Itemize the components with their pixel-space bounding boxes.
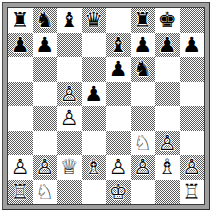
white-pawn-h2: ♙ xyxy=(180,155,205,180)
black-pawn-f7: ♟ xyxy=(131,33,156,58)
square-a2[interactable]: ♙ xyxy=(8,155,33,180)
square-c3[interactable] xyxy=(57,131,82,156)
black-king-g8: ♚ xyxy=(155,8,180,33)
white-knight-b1: ♘ xyxy=(33,180,58,205)
square-d8[interactable]: ♛ xyxy=(82,8,107,33)
square-f6[interactable]: ♞ xyxy=(131,57,156,82)
black-pawn-e6: ♟ xyxy=(106,57,131,82)
square-b1[interactable]: ♘ xyxy=(33,180,58,205)
square-g4[interactable] xyxy=(155,106,180,131)
black-bishop-c8: ♝ xyxy=(57,8,82,33)
square-h1[interactable]: ♖ xyxy=(180,180,205,205)
square-f4[interactable] xyxy=(131,106,156,131)
square-b5[interactable] xyxy=(33,82,58,107)
square-g7[interactable]: ♟ xyxy=(155,33,180,58)
white-pawn-f2: ♙ xyxy=(131,155,156,180)
black-knight-f6: ♞ xyxy=(131,57,156,82)
square-e6[interactable]: ♟ xyxy=(106,57,131,82)
white-king-e1: ♔ xyxy=(106,180,131,205)
white-pawn-g3: ♙ xyxy=(155,131,180,156)
square-c1[interactable] xyxy=(57,180,82,205)
square-b8[interactable]: ♞ xyxy=(33,8,58,33)
square-a6[interactable] xyxy=(8,57,33,82)
square-c5[interactable]: ♙ xyxy=(57,82,82,107)
square-d6[interactable] xyxy=(82,57,107,82)
square-g6[interactable] xyxy=(155,57,180,82)
white-pawn-c4: ♙ xyxy=(57,106,82,131)
square-f1[interactable] xyxy=(131,180,156,205)
square-g8[interactable]: ♚ xyxy=(155,8,180,33)
square-d5[interactable]: ♟ xyxy=(82,82,107,107)
square-g1[interactable] xyxy=(155,180,180,205)
square-d2[interactable]: ♗ xyxy=(82,155,107,180)
black-bishop-e7: ♝ xyxy=(106,33,131,58)
square-e4[interactable] xyxy=(106,106,131,131)
square-h6[interactable] xyxy=(180,57,205,82)
square-c7[interactable] xyxy=(57,33,82,58)
square-g5[interactable] xyxy=(155,82,180,107)
square-d3[interactable] xyxy=(82,131,107,156)
white-bishop-g2: ♗ xyxy=(155,155,180,180)
square-b3[interactable] xyxy=(33,131,58,156)
square-c6[interactable] xyxy=(57,57,82,82)
square-a7[interactable]: ♟ xyxy=(8,33,33,58)
black-pawn-h7: ♟ xyxy=(180,33,205,58)
white-queen-c2: ♕ xyxy=(57,155,82,180)
white-pawn-a2: ♙ xyxy=(8,155,33,180)
chess-diagram: ♜♞♝♛♜♚♟♟♝♟♟♟♟♞♙♟♙♘♙♙♙♕♗♙♙♗♙♖♘♔♖ xyxy=(0,0,212,212)
black-pawn-g7: ♟ xyxy=(155,33,180,58)
square-d1[interactable] xyxy=(82,180,107,205)
black-knight-b8: ♞ xyxy=(33,8,58,33)
black-rook-a8: ♜ xyxy=(8,8,33,33)
square-d4[interactable] xyxy=(82,106,107,131)
white-pawn-b2: ♙ xyxy=(33,155,58,180)
square-f2[interactable]: ♙ xyxy=(131,155,156,180)
square-a4[interactable] xyxy=(8,106,33,131)
square-f8[interactable]: ♜ xyxy=(131,8,156,33)
black-rook-f8: ♜ xyxy=(131,8,156,33)
square-b6[interactable] xyxy=(33,57,58,82)
square-f3[interactable]: ♘ xyxy=(131,131,156,156)
square-e8[interactable] xyxy=(106,8,131,33)
square-h5[interactable] xyxy=(180,82,205,107)
square-c4[interactable]: ♙ xyxy=(57,106,82,131)
chess-board: ♜♞♝♛♜♚♟♟♝♟♟♟♟♞♙♟♙♘♙♙♙♕♗♙♙♗♙♖♘♔♖ xyxy=(7,7,205,205)
square-b2[interactable]: ♙ xyxy=(33,155,58,180)
square-a1[interactable]: ♖ xyxy=(8,180,33,205)
square-e5[interactable] xyxy=(106,82,131,107)
white-bishop-d2: ♗ xyxy=(82,155,107,180)
square-e2[interactable]: ♙ xyxy=(106,155,131,180)
square-c2[interactable]: ♕ xyxy=(57,155,82,180)
square-h3[interactable] xyxy=(180,131,205,156)
square-e3[interactable] xyxy=(106,131,131,156)
square-c8[interactable]: ♝ xyxy=(57,8,82,33)
square-g2[interactable]: ♗ xyxy=(155,155,180,180)
square-h8[interactable] xyxy=(180,8,205,33)
white-pawn-e2: ♙ xyxy=(106,155,131,180)
square-g3[interactable]: ♙ xyxy=(155,131,180,156)
white-rook-a1: ♖ xyxy=(8,180,33,205)
square-f7[interactable]: ♟ xyxy=(131,33,156,58)
square-b7[interactable]: ♟ xyxy=(33,33,58,58)
black-pawn-a7: ♟ xyxy=(8,33,33,58)
square-a5[interactable] xyxy=(8,82,33,107)
square-b4[interactable] xyxy=(33,106,58,131)
square-h7[interactable]: ♟ xyxy=(180,33,205,58)
square-e7[interactable]: ♝ xyxy=(106,33,131,58)
white-knight-f3: ♘ xyxy=(131,131,156,156)
black-pawn-d5: ♟ xyxy=(82,82,107,107)
board-frame: ♜♞♝♛♜♚♟♟♝♟♟♟♟♞♙♟♙♘♙♙♙♕♗♙♙♗♙♖♘♔♖ xyxy=(2,2,210,210)
square-a8[interactable]: ♜ xyxy=(8,8,33,33)
black-pawn-b7: ♟ xyxy=(33,33,58,58)
square-e1[interactable]: ♔ xyxy=(106,180,131,205)
square-h4[interactable] xyxy=(180,106,205,131)
white-pawn-c5: ♙ xyxy=(57,82,82,107)
square-f5[interactable] xyxy=(131,82,156,107)
square-d7[interactable] xyxy=(82,33,107,58)
black-queen-d8: ♛ xyxy=(82,8,107,33)
white-rook-h1: ♖ xyxy=(180,180,205,205)
square-a3[interactable] xyxy=(8,131,33,156)
square-h2[interactable]: ♙ xyxy=(180,155,205,180)
